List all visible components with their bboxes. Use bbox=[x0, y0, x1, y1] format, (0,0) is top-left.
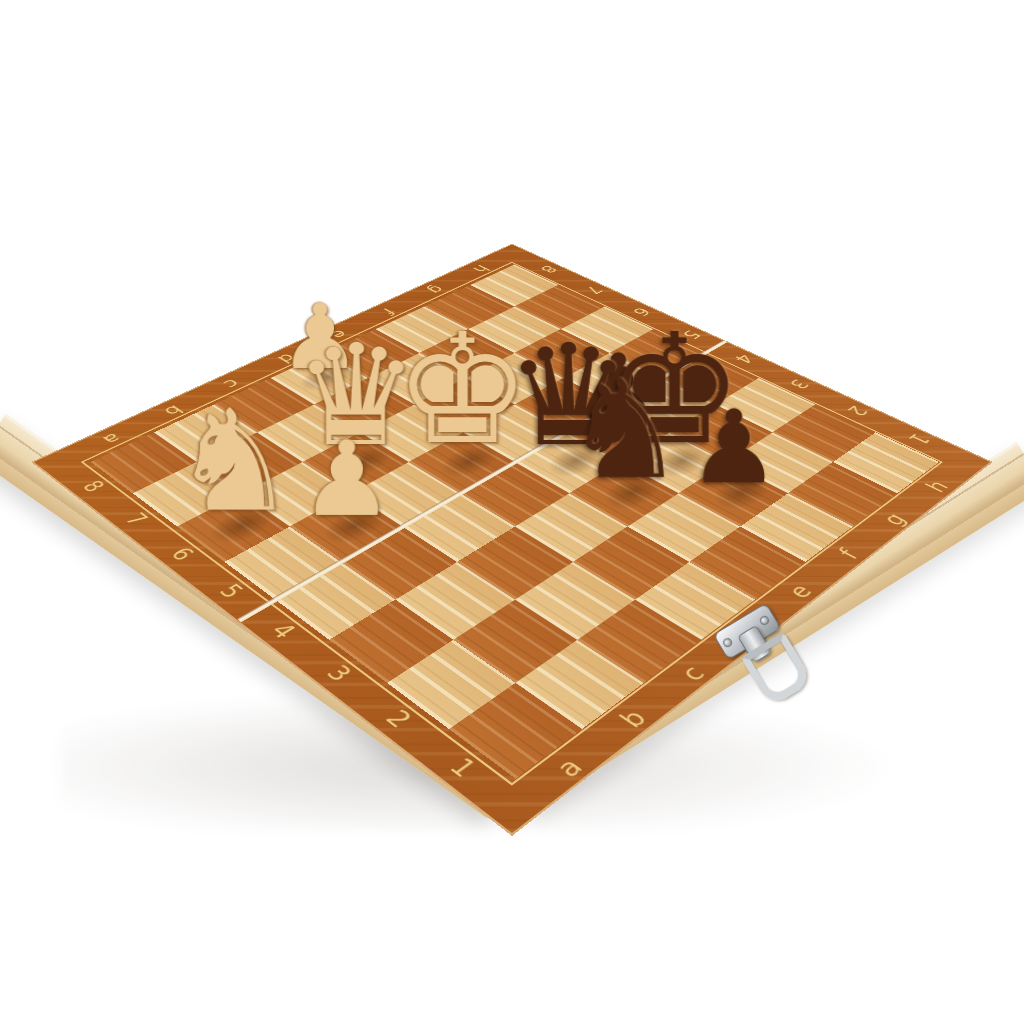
coord-label-8: 8 bbox=[536, 263, 560, 274]
coord-label-h: h bbox=[469, 263, 492, 274]
coord-label-3: 3 bbox=[784, 377, 812, 391]
product-photo-stage: ♟♞♛♟♚♛♟♞♚♟ aa88bb77cc66dd55ee44ff33gg22h… bbox=[0, 0, 1024, 1024]
coord-label-8: 8 bbox=[77, 478, 108, 495]
coord-label-a: a bbox=[551, 754, 588, 781]
knight-glyph: ♞ bbox=[563, 362, 685, 498]
coord-label-2: 2 bbox=[842, 403, 871, 418]
coord-label-a: a bbox=[98, 431, 124, 447]
coord-label-f: f bbox=[834, 546, 862, 562]
pawn-glyph: ♟ bbox=[688, 397, 778, 498]
coord-label-c: c bbox=[676, 662, 710, 685]
coord-label-g: g bbox=[878, 510, 910, 528]
coord-label-7: 7 bbox=[581, 284, 605, 296]
coord-label-7: 7 bbox=[120, 510, 152, 528]
coord-label-1: 1 bbox=[903, 431, 933, 447]
knight-glyph: ♞ bbox=[171, 391, 297, 531]
pawn-glyph: ♟ bbox=[299, 427, 392, 531]
coord-label-h: h bbox=[922, 478, 953, 495]
coord-label-6: 6 bbox=[165, 544, 198, 564]
coord-label-b: b bbox=[615, 706, 651, 732]
